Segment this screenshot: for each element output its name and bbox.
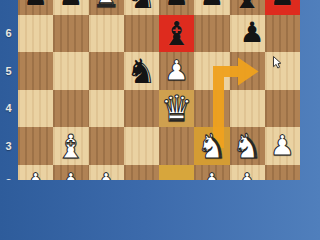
square-h5[interactable] bbox=[265, 52, 300, 90]
square-f4[interactable] bbox=[194, 90, 229, 128]
square-h6[interactable] bbox=[265, 15, 300, 53]
piece-black-pawn-e7[interactable]: ♟ bbox=[164, 0, 189, 10]
square-d2[interactable] bbox=[124, 165, 159, 180]
square-f5[interactable] bbox=[194, 52, 229, 90]
square-c2[interactable]: ♟ bbox=[89, 165, 124, 180]
square-d4[interactable] bbox=[124, 90, 159, 128]
square-e3[interactable] bbox=[159, 127, 194, 165]
rank-label-2: 2 bbox=[2, 177, 15, 180]
square-e2[interactable] bbox=[159, 165, 194, 180]
piece-black-pawn-b7[interactable]: ♟ bbox=[58, 0, 83, 10]
piece-black-pawn-f7[interactable]: ♟ bbox=[199, 0, 224, 10]
piece-white-pawn-g2[interactable]: ♟ bbox=[235, 170, 260, 180]
piece-black-pawn-a7[interactable]: ♟ bbox=[23, 0, 48, 10]
square-a3[interactable] bbox=[18, 127, 53, 165]
piece-white-pawn-e5[interactable]: ♟ bbox=[164, 57, 189, 85]
square-f3[interactable]: ♞ bbox=[194, 127, 229, 165]
square-h2[interactable] bbox=[265, 165, 300, 180]
square-c4[interactable] bbox=[89, 90, 124, 128]
square-b5[interactable] bbox=[53, 52, 88, 90]
rank-label-5: 5 bbox=[2, 65, 15, 77]
piece-white-knight-f3[interactable]: ♞ bbox=[197, 129, 227, 163]
piece-white-pawn-h3[interactable]: ♟ bbox=[270, 132, 295, 160]
square-g5[interactable] bbox=[230, 52, 265, 90]
piece-white-pawn-b2[interactable]: ♟ bbox=[58, 170, 83, 180]
square-c5[interactable] bbox=[89, 52, 124, 90]
piece-black-bishop-g7[interactable]: ♝ bbox=[232, 0, 262, 12]
square-b2[interactable]: ♟ bbox=[53, 165, 88, 180]
square-e6[interactable]: ♝ bbox=[159, 15, 194, 53]
piece-black-knight-d5[interactable]: ♞ bbox=[126, 54, 156, 88]
square-a7[interactable]: ♟ bbox=[18, 0, 53, 15]
piece-white-bishop-b3[interactable]: ♝ bbox=[56, 130, 86, 163]
piece-white-pawn-a2[interactable]: ♟ bbox=[23, 170, 48, 180]
square-h4[interactable] bbox=[265, 90, 300, 128]
piece-black-knight-d7[interactable]: ♞ bbox=[126, 0, 156, 13]
rank-label-6: 6 bbox=[2, 27, 15, 39]
square-h7[interactable]: ♟ bbox=[265, 0, 300, 15]
square-e5[interactable]: ♟ bbox=[159, 52, 194, 90]
square-c6[interactable] bbox=[89, 15, 124, 53]
square-f2[interactable]: ♟ bbox=[194, 165, 229, 180]
square-g4[interactable] bbox=[230, 90, 265, 128]
square-b3[interactable]: ♝ bbox=[53, 127, 88, 165]
piece-black-pawn-g6[interactable]: ♟ bbox=[240, 19, 265, 47]
square-d7[interactable]: ♞ bbox=[124, 0, 159, 15]
square-b7[interactable]: ♟ bbox=[53, 0, 88, 15]
piece-black-pawn-h7[interactable]: ♟ bbox=[270, 0, 295, 10]
piece-black-bishop-e6[interactable]: ♝ bbox=[162, 17, 192, 50]
square-a5[interactable] bbox=[18, 52, 53, 90]
piece-white-queen-e4[interactable]: ♛ bbox=[160, 91, 192, 127]
square-g3[interactable]: ♞ bbox=[230, 127, 265, 165]
square-e4[interactable]: ♛ bbox=[159, 90, 194, 128]
square-b6[interactable] bbox=[53, 15, 88, 53]
chess-board[interactable]: ♟♟♜♞♟♟♝♟♝♟♞♟♛♝♞♞♟♟♟♟♟♟ bbox=[18, 0, 300, 180]
piece-white-pawn-f2[interactable]: ♟ bbox=[199, 170, 224, 180]
square-a4[interactable] bbox=[18, 90, 53, 128]
square-c3[interactable] bbox=[89, 127, 124, 165]
rank-label-3: 3 bbox=[2, 140, 15, 152]
square-f7[interactable]: ♟ bbox=[194, 0, 229, 15]
square-a6[interactable] bbox=[18, 15, 53, 53]
square-d6[interactable] bbox=[124, 15, 159, 53]
square-e7[interactable]: ♟ bbox=[159, 0, 194, 15]
square-g2[interactable]: ♟ bbox=[230, 165, 265, 180]
piece-white-pawn-c2[interactable]: ♟ bbox=[94, 170, 119, 180]
piece-white-rook-c7[interactable]: ♜ bbox=[92, 0, 120, 11]
rank-label-4: 4 bbox=[2, 102, 15, 114]
square-c7[interactable]: ♜ bbox=[89, 0, 124, 15]
square-h3[interactable]: ♟ bbox=[265, 127, 300, 165]
square-g7[interactable]: ♝ bbox=[230, 0, 265, 15]
square-a2[interactable]: ♟ bbox=[18, 165, 53, 180]
square-f6[interactable] bbox=[194, 15, 229, 53]
square-b4[interactable] bbox=[53, 90, 88, 128]
square-d3[interactable] bbox=[124, 127, 159, 165]
square-g6[interactable]: ♟ bbox=[230, 15, 265, 53]
piece-white-knight-g3[interactable]: ♞ bbox=[232, 129, 262, 163]
square-d5[interactable]: ♞ bbox=[124, 52, 159, 90]
